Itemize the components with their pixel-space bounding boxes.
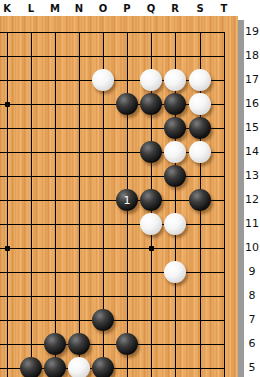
row-label-6: 6 bbox=[244, 336, 260, 352]
stone-black-R16[interactable] bbox=[164, 93, 186, 115]
stone-black-P16[interactable] bbox=[116, 93, 138, 115]
row-label-17: 17 bbox=[244, 72, 260, 88]
row-labels-bar: 1918171615141312111098765 bbox=[244, 0, 260, 377]
row-label-18: 18 bbox=[244, 48, 260, 64]
stone-black-Q14[interactable] bbox=[140, 141, 162, 163]
grid-line-h-9 bbox=[0, 272, 225, 273]
star-point-K16 bbox=[5, 102, 10, 107]
row-label-10: 10 bbox=[244, 240, 260, 256]
column-label-L: L bbox=[23, 1, 39, 16]
grid-line-h-10 bbox=[0, 248, 225, 249]
column-label-T: T bbox=[216, 1, 232, 16]
move-number-label: 1 bbox=[124, 195, 131, 206]
row-label-14: 14 bbox=[244, 144, 260, 160]
stone-white-Q11[interactable] bbox=[140, 213, 162, 235]
grid-line-h-13 bbox=[0, 176, 225, 177]
grid-line-v-L bbox=[31, 32, 32, 377]
column-label-M: M bbox=[47, 1, 63, 16]
stone-black-N6[interactable] bbox=[68, 333, 90, 355]
stone-black-R15[interactable] bbox=[164, 117, 186, 139]
stone-white-S17[interactable] bbox=[189, 69, 211, 91]
stone-black-P12[interactable]: 1 bbox=[116, 189, 138, 211]
stone-white-R14[interactable] bbox=[164, 141, 186, 163]
row-label-13: 13 bbox=[244, 168, 260, 184]
column-label-S: S bbox=[192, 1, 208, 16]
stone-white-N5[interactable] bbox=[68, 357, 90, 377]
stone-black-L5[interactable] bbox=[20, 357, 42, 377]
stone-black-S15[interactable] bbox=[189, 117, 211, 139]
column-label-N: N bbox=[71, 1, 87, 16]
grid-line-h-19 bbox=[0, 32, 225, 33]
row-label-8: 8 bbox=[244, 288, 260, 304]
row-label-11: 11 bbox=[244, 216, 260, 232]
grid-line-v-M bbox=[55, 32, 56, 377]
star-point-K10 bbox=[5, 246, 10, 251]
grid-line-v-N bbox=[79, 32, 80, 377]
stone-black-O5[interactable] bbox=[92, 357, 114, 377]
stone-black-P6[interactable] bbox=[116, 333, 138, 355]
stone-white-S14[interactable] bbox=[189, 141, 211, 163]
row-label-15: 15 bbox=[244, 120, 260, 136]
grid-line-h-11 bbox=[0, 224, 225, 225]
stone-white-Q17[interactable] bbox=[140, 69, 162, 91]
row-label-16: 16 bbox=[244, 96, 260, 112]
stone-black-R13[interactable] bbox=[164, 165, 186, 187]
stone-black-S12[interactable] bbox=[189, 189, 211, 211]
stone-black-M6[interactable] bbox=[44, 333, 66, 355]
grid-line-h-18 bbox=[0, 56, 225, 57]
stone-black-M5[interactable] bbox=[44, 357, 66, 377]
column-label-R: R bbox=[167, 1, 183, 16]
go-board-diagram: KLMNOPQRST 1918171615141312111098765 1 bbox=[0, 0, 260, 377]
column-label-P: P bbox=[119, 1, 135, 16]
row-label-19: 19 bbox=[244, 24, 260, 40]
row-label-9: 9 bbox=[244, 264, 260, 280]
column-label-Q: Q bbox=[143, 1, 159, 16]
stone-black-Q12[interactable] bbox=[140, 189, 162, 211]
stone-white-R11[interactable] bbox=[164, 213, 186, 235]
row-label-12: 12 bbox=[244, 192, 260, 208]
grid-line-v-K bbox=[7, 32, 8, 377]
stone-black-Q16[interactable] bbox=[140, 93, 162, 115]
row-label-5: 5 bbox=[244, 360, 260, 376]
stone-white-R9[interactable] bbox=[164, 261, 186, 283]
row-label-7: 7 bbox=[244, 312, 260, 328]
stone-white-S16[interactable] bbox=[189, 93, 211, 115]
grid-line-h-8 bbox=[0, 296, 225, 297]
stone-black-O7[interactable] bbox=[92, 309, 114, 331]
column-labels-bar: KLMNOPQRST bbox=[0, 0, 260, 16]
grid-line-h-6 bbox=[0, 344, 225, 345]
star-point-Q10 bbox=[149, 246, 154, 251]
column-label-O: O bbox=[95, 1, 111, 16]
stone-white-R17[interactable] bbox=[164, 69, 186, 91]
grid-line-v-T bbox=[224, 32, 225, 377]
stone-white-O17[interactable] bbox=[92, 69, 114, 91]
column-label-K: K bbox=[0, 1, 15, 16]
